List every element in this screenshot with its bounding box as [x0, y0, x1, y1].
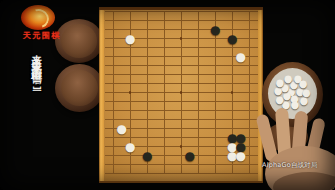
board-intersection — [186, 79, 195, 88]
board-intersection — [169, 124, 178, 133]
board-intersection — [143, 88, 152, 97]
board-intersection — [135, 115, 144, 124]
white-stone-in-bowl: ● — [284, 74, 293, 84]
board-intersection — [109, 88, 118, 97]
board-intersection — [245, 160, 254, 169]
white-stone: ● — [125, 33, 135, 45]
board-intersection — [135, 106, 144, 115]
board-intersection — [152, 70, 161, 79]
board-intersection — [211, 169, 220, 178]
board-intersection — [228, 70, 237, 79]
board-intersection: ● — [237, 52, 246, 61]
board-intersection — [152, 97, 161, 106]
board-intersection — [143, 124, 152, 133]
black-stone: ● — [210, 24, 220, 36]
board-intersection — [186, 70, 195, 79]
board-intersection — [126, 16, 135, 25]
board-intersection — [152, 16, 161, 25]
black-stone: ● — [227, 33, 237, 45]
board-intersection — [126, 160, 135, 169]
board-intersection — [143, 115, 152, 124]
board-intersection — [203, 133, 212, 142]
board-intersection — [126, 106, 135, 115]
board-intersection — [109, 160, 118, 169]
board-intersection — [228, 16, 237, 25]
player-hand — [255, 108, 335, 190]
board-intersection — [186, 34, 195, 43]
board-intersection — [152, 88, 161, 97]
board-intersection — [245, 34, 254, 43]
board-intersection — [203, 151, 212, 160]
board-intersection — [245, 97, 254, 106]
board-intersection — [194, 169, 203, 178]
board-intersection — [228, 88, 237, 97]
board-intersection — [169, 97, 178, 106]
board-intersection — [143, 52, 152, 61]
white-stone: ● — [125, 141, 135, 153]
board-intersection — [169, 25, 178, 34]
board-intersection — [211, 97, 220, 106]
board-intersection: ● — [126, 34, 135, 43]
board-intersection — [211, 106, 220, 115]
board-intersection — [109, 97, 118, 106]
board-intersection — [177, 25, 186, 34]
board-intersection — [245, 61, 254, 70]
board-intersection — [118, 169, 127, 178]
board-intersection — [203, 61, 212, 70]
board-intersection — [152, 79, 161, 88]
board-intersection — [169, 61, 178, 70]
program-title-text: 来自未来的棋谱 — [31, 46, 43, 68]
board-intersection — [194, 70, 203, 79]
board-intersection — [152, 106, 161, 115]
channel-name: 天元围棋 — [16, 30, 68, 41]
board-intersection — [211, 88, 220, 97]
white-stone-in-bowl: ● — [300, 96, 309, 106]
board-intersection — [186, 115, 195, 124]
white-stone: ● — [117, 123, 127, 135]
board-intersection — [160, 97, 169, 106]
board-intersection — [245, 115, 254, 124]
board-intersection — [135, 97, 144, 106]
board-intersection — [237, 79, 246, 88]
board-intersection — [109, 151, 118, 160]
board-intersection — [228, 97, 237, 106]
board-intersection — [245, 88, 254, 97]
board-intersection — [194, 124, 203, 133]
board-intersection — [237, 16, 246, 25]
board-intersection — [194, 43, 203, 52]
board-intersection: ● — [118, 124, 127, 133]
board-intersection — [228, 106, 237, 115]
board-intersection — [211, 115, 220, 124]
board-intersection — [237, 115, 246, 124]
board-intersection — [169, 79, 178, 88]
board-intersection — [160, 169, 169, 178]
board-intersection — [109, 34, 118, 43]
board-intersection — [118, 16, 127, 25]
board-intersection — [169, 160, 178, 169]
board-intersection — [203, 88, 212, 97]
board-intersection — [160, 142, 169, 151]
board-intersection — [169, 52, 178, 61]
board-intersection — [109, 70, 118, 79]
board-intersection: ● — [237, 151, 246, 160]
board-intersection — [177, 133, 186, 142]
board-intersection — [237, 169, 246, 178]
board-intersection — [118, 61, 127, 70]
board-intersection — [186, 124, 195, 133]
board-intersection — [109, 79, 118, 88]
board-intersection — [186, 88, 195, 97]
board-intersection — [143, 169, 152, 178]
board-intersection: ● — [143, 151, 152, 160]
board-intersection — [186, 16, 195, 25]
board-intersection — [169, 88, 178, 97]
board-intersection — [245, 169, 254, 178]
board-intersection — [245, 106, 254, 115]
board-intersection — [211, 70, 220, 79]
board-intersection — [118, 52, 127, 61]
board-intersection — [160, 88, 169, 97]
board-intersection — [160, 133, 169, 142]
board-intersection — [220, 97, 229, 106]
board-intersection — [177, 34, 186, 43]
board-intersection — [245, 43, 254, 52]
board-intersection — [126, 61, 135, 70]
board-intersection — [160, 34, 169, 43]
board-intersection — [245, 79, 254, 88]
board-intersection — [160, 106, 169, 115]
board-intersection — [160, 70, 169, 79]
board-intersection — [203, 52, 212, 61]
board-intersection — [135, 52, 144, 61]
board-intersection — [118, 70, 127, 79]
board-intersection — [135, 70, 144, 79]
board-intersection — [143, 25, 152, 34]
board-intersection — [160, 160, 169, 169]
board-intersection — [109, 106, 118, 115]
board-intersection — [186, 52, 195, 61]
board-intersection — [160, 25, 169, 34]
board-intersection — [169, 106, 178, 115]
tv-frame: 天元围棋 来自未来的棋谱 [一] ●●●●●●●●●●●●●● ●●●●●●●●… — [0, 0, 335, 190]
board-intersection — [194, 79, 203, 88]
board-intersection — [109, 43, 118, 52]
board-intersection — [194, 115, 203, 124]
board-intersection — [160, 16, 169, 25]
go-board: ●●●●●●●●●●●●●● — [99, 7, 263, 183]
board-intersection — [186, 97, 195, 106]
board-intersection — [109, 25, 118, 34]
board-intersection — [152, 34, 161, 43]
board-intersection — [186, 169, 195, 178]
board-intersection — [203, 115, 212, 124]
board-intersection — [228, 79, 237, 88]
board-intersection — [186, 133, 195, 142]
board-intersection — [194, 151, 203, 160]
board-intersection — [203, 160, 212, 169]
board-intersection — [203, 142, 212, 151]
board-intersection — [220, 88, 229, 97]
board-intersection — [126, 97, 135, 106]
board-intersection — [177, 115, 186, 124]
go-board-grid: ●●●●●●●●●●●●●● — [101, 7, 263, 178]
board-intersection — [126, 169, 135, 178]
board-intersection — [169, 151, 178, 160]
board-intersection — [135, 61, 144, 70]
board-intersection — [143, 34, 152, 43]
board-intersection — [109, 16, 118, 25]
board-intersection — [152, 133, 161, 142]
board-intersection — [237, 106, 246, 115]
board-intersection — [152, 43, 161, 52]
board-intersection — [203, 43, 212, 52]
board-intersection — [169, 169, 178, 178]
board-intersection — [169, 133, 178, 142]
board-intersection — [169, 16, 178, 25]
white-stone: ● — [236, 150, 246, 162]
board-intersection — [203, 70, 212, 79]
board-intersection — [152, 115, 161, 124]
board-intersection — [118, 88, 127, 97]
board-intersection — [135, 124, 144, 133]
board-intersection — [135, 88, 144, 97]
board-intersection — [194, 16, 203, 25]
board-intersection — [152, 124, 161, 133]
board-intersection — [160, 52, 169, 61]
board-intersection — [135, 79, 144, 88]
board-intersection — [109, 142, 118, 151]
board-intersection — [118, 79, 127, 88]
board-intersection — [194, 160, 203, 169]
board-intersection — [211, 52, 220, 61]
board-intersection — [211, 142, 220, 151]
board-intersection — [194, 52, 203, 61]
board-intersection — [177, 52, 186, 61]
board-intersection — [220, 106, 229, 115]
board-intersection — [118, 97, 127, 106]
board-intersection: ● — [126, 142, 135, 151]
board-intersection — [177, 43, 186, 52]
board-intersection — [160, 124, 169, 133]
board-intersection — [220, 169, 229, 178]
board-intersection — [177, 70, 186, 79]
board-intersection — [194, 88, 203, 97]
board-intersection — [245, 151, 254, 160]
board-intersection — [152, 169, 161, 178]
board-intersection — [186, 106, 195, 115]
board-intersection — [194, 25, 203, 34]
board-intersection — [160, 151, 169, 160]
board-intersection — [211, 133, 220, 142]
board-intersection — [160, 61, 169, 70]
board-intersection — [186, 25, 195, 34]
board-intersection — [143, 106, 152, 115]
program-title-vertical: 来自未来的棋谱 [一] — [30, 46, 44, 92]
board-intersection — [211, 61, 220, 70]
board-intersection — [177, 88, 186, 97]
board-intersection — [203, 106, 212, 115]
board-intersection — [126, 124, 135, 133]
board-intersection — [237, 88, 246, 97]
board-intersection — [135, 16, 144, 25]
board-intersection — [109, 169, 118, 178]
board-intersection — [169, 34, 178, 43]
board-intersection — [109, 52, 118, 61]
board-intersection — [228, 169, 237, 178]
board-intersection — [169, 115, 178, 124]
board-intersection — [245, 16, 254, 25]
black-stone: ● — [142, 150, 152, 162]
board-intersection — [126, 79, 135, 88]
board-intersection — [160, 79, 169, 88]
board-intersection — [220, 79, 229, 88]
board-intersection — [177, 79, 186, 88]
board-intersection — [245, 124, 254, 133]
board-bottom-edge — [99, 181, 263, 184]
board-intersection: ● — [211, 25, 220, 34]
board-intersection — [126, 70, 135, 79]
board-intersection — [211, 151, 220, 160]
board-intersection — [211, 124, 220, 133]
board-left-rail — [99, 7, 104, 183]
board-intersection — [194, 34, 203, 43]
board-intersection — [237, 97, 246, 106]
board-intersection — [228, 115, 237, 124]
board-intersection — [194, 61, 203, 70]
board-intersection — [143, 61, 152, 70]
board-intersection — [186, 43, 195, 52]
board-intersection — [220, 52, 229, 61]
board-intersection — [126, 52, 135, 61]
hand-finger — [255, 113, 278, 162]
board-intersection — [245, 25, 254, 34]
board-intersection: ● — [228, 34, 237, 43]
board-intersection — [177, 124, 186, 133]
board-intersection — [194, 142, 203, 151]
go-bowl-lid-bottom — [55, 64, 104, 112]
board-intersection — [177, 169, 186, 178]
board-intersection — [143, 43, 152, 52]
board-intersection — [245, 142, 254, 151]
white-stone: ● — [236, 51, 246, 63]
board-intersection — [203, 79, 212, 88]
board-intersection — [177, 97, 186, 106]
board-intersection — [203, 97, 212, 106]
board-intersection — [143, 133, 152, 142]
board-intersection — [245, 52, 254, 61]
board-intersection — [203, 169, 212, 178]
board-intersection — [220, 70, 229, 79]
board-intersection — [143, 79, 152, 88]
board-intersection — [220, 61, 229, 70]
board-intersection: ● — [186, 151, 195, 160]
board-intersection — [118, 106, 127, 115]
board-intersection — [177, 61, 186, 70]
board-intersection — [237, 70, 246, 79]
caption-overlay: AlphaGo自战对局 — [262, 161, 318, 170]
channel-logo: 天元围棋 — [16, 4, 68, 40]
board-intersection — [143, 16, 152, 25]
board-intersection — [194, 106, 203, 115]
board-intersection — [152, 52, 161, 61]
board-intersection — [245, 70, 254, 79]
board-intersection — [211, 43, 220, 52]
board-intersection — [169, 142, 178, 151]
board-intersection — [169, 70, 178, 79]
board-intersection — [194, 97, 203, 106]
board-intersection — [186, 61, 195, 70]
board-intersection — [152, 61, 161, 70]
black-stone: ● — [185, 150, 195, 162]
board-intersection — [160, 115, 169, 124]
episode-label: [一] — [32, 80, 42, 91]
board-intersection — [126, 88, 135, 97]
board-intersection — [169, 43, 178, 52]
board-intersection — [135, 169, 144, 178]
board-intersection — [220, 115, 229, 124]
board-intersection — [126, 115, 135, 124]
board-intersection — [177, 106, 186, 115]
tianyuan-weiqi-emblem-icon — [21, 5, 55, 30]
board-intersection — [143, 97, 152, 106]
board-intersection — [152, 25, 161, 34]
board-intersection — [143, 70, 152, 79]
board-intersection — [211, 160, 220, 169]
board-intersection — [160, 43, 169, 52]
board-intersection — [118, 160, 127, 169]
board-intersection — [203, 124, 212, 133]
board-intersection — [211, 79, 220, 88]
board-top-edge — [99, 7, 263, 10]
board-intersection — [245, 133, 254, 142]
board-intersection — [194, 133, 203, 142]
board-intersection — [177, 16, 186, 25]
board-intersection — [109, 61, 118, 70]
